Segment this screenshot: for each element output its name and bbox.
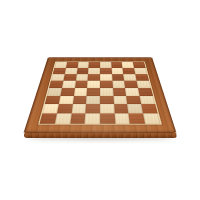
photo-background — [0, 0, 200, 200]
squares-grid — [40, 62, 160, 123]
square-b4[interactable] — [60, 88, 74, 96]
square-d2[interactable] — [86, 104, 100, 113]
square-c6[interactable] — [76, 74, 89, 81]
square-c7[interactable] — [76, 68, 88, 74]
square-c3[interactable] — [72, 96, 86, 104]
square-c4[interactable] — [74, 88, 88, 96]
square-d6[interactable] — [88, 74, 100, 81]
square-h4[interactable] — [138, 88, 153, 96]
square-a2[interactable] — [43, 104, 59, 113]
square-c5[interactable] — [75, 81, 88, 88]
square-e5[interactable] — [100, 81, 113, 88]
square-d3[interactable] — [86, 96, 100, 104]
square-f6[interactable] — [112, 74, 125, 81]
square-f3[interactable] — [113, 96, 127, 104]
square-b5[interactable] — [62, 81, 76, 88]
square-e6[interactable] — [100, 74, 112, 81]
square-f4[interactable] — [113, 88, 127, 96]
square-e2[interactable] — [100, 104, 114, 113]
square-h1[interactable] — [143, 113, 160, 123]
square-e4[interactable] — [100, 88, 113, 96]
square-g1[interactable] — [129, 113, 145, 123]
square-b6[interactable] — [63, 74, 76, 81]
square-e3[interactable] — [100, 96, 114, 104]
square-d1[interactable] — [85, 113, 100, 123]
board-front-edge — [24, 133, 178, 139]
square-a4[interactable] — [47, 88, 62, 96]
square-g8[interactable] — [122, 62, 134, 68]
square-h5[interactable] — [137, 81, 151, 88]
square-g4[interactable] — [125, 88, 139, 96]
square-c1[interactable] — [70, 113, 86, 123]
chess-board — [23, 57, 176, 133]
square-h6[interactable] — [135, 74, 149, 81]
square-f1[interactable] — [114, 113, 130, 123]
square-b1[interactable] — [55, 113, 71, 123]
square-e1[interactable] — [100, 113, 115, 123]
square-f5[interactable] — [112, 81, 125, 88]
square-f2[interactable] — [114, 104, 129, 113]
square-d4[interactable] — [87, 88, 100, 96]
square-b3[interactable] — [59, 96, 74, 104]
square-c2[interactable] — [71, 104, 86, 113]
square-h2[interactable] — [141, 104, 157, 113]
square-b2[interactable] — [57, 104, 73, 113]
square-h3[interactable] — [140, 96, 155, 104]
square-d5[interactable] — [87, 81, 100, 88]
